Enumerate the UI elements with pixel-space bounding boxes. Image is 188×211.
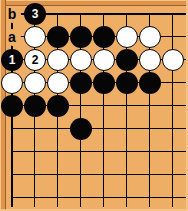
- white-stone: [139, 26, 161, 48]
- black-stone: [116, 72, 138, 94]
- grid-hline: [11, 197, 186, 198]
- white-stone: [93, 49, 115, 71]
- white-stone: [24, 26, 46, 48]
- grid-vline: [172, 13, 173, 207]
- grid-hline: [11, 174, 186, 175]
- black-stone: [70, 118, 92, 140]
- white-stone-move-2: 2: [24, 49, 46, 71]
- black-stone: [70, 72, 92, 94]
- white-stone: [70, 49, 92, 71]
- white-stone: [116, 26, 138, 48]
- black-stone: [70, 26, 92, 48]
- black-stone: [1, 95, 23, 117]
- go-board: ba 312: [0, 0, 188, 211]
- image-edge-bottom: [0, 209, 188, 211]
- black-stone-move-3: 3: [24, 3, 46, 25]
- black-stone: [47, 95, 69, 117]
- black-stone: [116, 49, 138, 71]
- black-stone: [93, 72, 115, 94]
- white-stone: [162, 49, 184, 71]
- point-label-b: b: [4, 6, 21, 23]
- white-stone: [139, 49, 161, 71]
- point-label-a: a: [4, 29, 21, 46]
- white-stone: [47, 49, 69, 71]
- image-edge-right: [186, 0, 188, 211]
- grid-hline: [11, 128, 186, 129]
- black-stone: [24, 95, 46, 117]
- black-stone: [139, 72, 161, 94]
- black-stone: [47, 26, 69, 48]
- black-stone: [93, 26, 115, 48]
- black-stone-move-1: 1: [1, 49, 23, 71]
- white-stone: [24, 72, 46, 94]
- white-stone: [47, 72, 69, 94]
- white-stone: [1, 72, 23, 94]
- grid-hline: [11, 151, 186, 152]
